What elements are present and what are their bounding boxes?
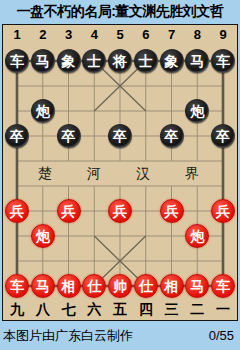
piece-black-士: 士 — [134, 49, 158, 73]
piece-black-将: 将 — [108, 49, 132, 73]
piece-red-车: 车 — [5, 274, 29, 298]
file-number-bottom: 五 — [109, 302, 131, 318]
status-bar: 本图片由广东白云制作 0/55 — [0, 321, 240, 350]
piece-red-马: 马 — [31, 274, 55, 298]
piece-red-兵: 兵 — [108, 199, 132, 223]
piece-black-车: 车 — [211, 49, 235, 73]
piece-red-相: 相 — [57, 274, 81, 298]
piece-black-象: 象 — [160, 49, 184, 73]
file-number-bottom: 二 — [186, 302, 208, 318]
title-bar: 一盘不朽的名局:董文渊先胜刘文哲 — [0, 0, 240, 24]
file-number-bottom: 六 — [83, 302, 105, 318]
file-number-top: 2 — [32, 27, 54, 43]
file-number-top: 3 — [58, 27, 80, 43]
file-number-top: 6 — [135, 27, 157, 43]
river-label: 界 — [182, 165, 202, 183]
file-number-bottom: 四 — [135, 302, 157, 318]
piece-red-炮: 炮 — [31, 224, 55, 248]
piece-red-兵: 兵 — [160, 199, 184, 223]
file-number-top: 5 — [109, 27, 131, 43]
file-number-bottom: 七 — [58, 302, 80, 318]
piece-black-卒: 卒 — [5, 124, 29, 148]
river-label: 河 — [84, 165, 104, 183]
piece-red-兵: 兵 — [57, 199, 81, 223]
xiangqi-image-viewer: 一盘不朽的名局:董文渊先胜刘文哲 123456789九八七六五四三二一楚河汉界 … — [0, 0, 240, 350]
file-number-bottom: 八 — [32, 302, 54, 318]
piece-red-兵: 兵 — [211, 199, 235, 223]
piece-red-兵: 兵 — [5, 199, 29, 223]
game-title: 一盘不朽的名局:董文渊先胜刘文哲 — [17, 3, 224, 21]
river-label: 汉 — [133, 165, 153, 183]
file-number-bottom: 三 — [161, 302, 183, 318]
piece-red-仕: 仕 — [134, 274, 158, 298]
river-label: 楚 — [35, 165, 55, 183]
file-number-top: 1 — [6, 27, 28, 43]
file-number-bottom: 一 — [212, 302, 234, 318]
piece-black-象: 象 — [57, 49, 81, 73]
piece-black-车: 车 — [5, 49, 29, 73]
credit-text: 本图片由广东白云制作 — [3, 327, 133, 345]
piece-black-卒: 卒 — [160, 124, 184, 148]
xiangqi-board: 123456789九八七六五四三二一楚河汉界 车马象士将士象马车炮炮卒卒卒卒卒兵… — [2, 24, 238, 321]
piece-red-相: 相 — [160, 274, 184, 298]
piece-black-卒: 卒 — [57, 124, 81, 148]
move-counter: 0/55 — [209, 328, 234, 343]
file-number-top: 7 — [161, 27, 183, 43]
piece-red-仕: 仕 — [82, 274, 106, 298]
piece-black-卒: 卒 — [211, 124, 235, 148]
piece-black-炮: 炮 — [31, 99, 55, 123]
piece-red-车: 车 — [211, 274, 235, 298]
piece-red-帅: 帅 — [108, 274, 132, 298]
file-number-top: 4 — [83, 27, 105, 43]
file-number-bottom: 九 — [6, 302, 28, 318]
piece-black-马: 马 — [31, 49, 55, 73]
piece-red-马: 马 — [185, 274, 209, 298]
piece-black-卒: 卒 — [108, 124, 132, 148]
file-number-top: 9 — [212, 27, 234, 43]
file-number-top: 8 — [186, 27, 208, 43]
